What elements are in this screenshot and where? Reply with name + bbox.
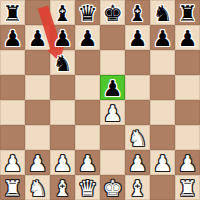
square-e2[interactable] xyxy=(100,150,125,175)
square-a1[interactable]: ♜ xyxy=(0,175,25,200)
piece-black-queen[interactable]: ♛ xyxy=(78,3,98,25)
square-d3[interactable] xyxy=(75,125,100,150)
square-g6[interactable] xyxy=(150,50,175,75)
square-a4[interactable] xyxy=(0,100,25,125)
square-c4[interactable] xyxy=(50,100,75,125)
square-g7[interactable]: ♟ xyxy=(150,25,175,50)
square-a8[interactable]: ♜ xyxy=(0,0,25,25)
square-h7[interactable]: ♟ xyxy=(175,25,200,50)
square-e8[interactable]: ♚ xyxy=(100,0,125,25)
square-d4[interactable] xyxy=(75,100,100,125)
square-f3[interactable]: ♞ xyxy=(125,125,150,150)
piece-white-pawn[interactable]: ♟ xyxy=(153,153,173,175)
piece-black-pawn[interactable]: ♟ xyxy=(3,28,23,50)
square-h6[interactable] xyxy=(175,50,200,75)
square-e4[interactable]: ♟ xyxy=(100,100,125,125)
square-f8[interactable]: ♝ xyxy=(125,0,150,25)
piece-white-bishop[interactable]: ♝ xyxy=(128,178,148,200)
piece-white-pawn[interactable]: ♟ xyxy=(28,153,48,175)
square-h1[interactable]: ♜ xyxy=(175,175,200,200)
piece-black-pawn[interactable]: ♟ xyxy=(103,78,123,100)
piece-black-knight[interactable]: ♞ xyxy=(53,53,73,75)
square-g2[interactable]: ♟ xyxy=(150,150,175,175)
square-f6[interactable] xyxy=(125,50,150,75)
square-f4[interactable] xyxy=(125,100,150,125)
piece-white-pawn[interactable]: ♟ xyxy=(103,103,123,125)
square-e5[interactable]: ♟ xyxy=(100,75,125,100)
square-f2[interactable]: ♟ xyxy=(125,150,150,175)
square-h5[interactable] xyxy=(175,75,200,100)
piece-black-bishop[interactable]: ♝ xyxy=(128,3,148,25)
piece-white-pawn[interactable]: ♟ xyxy=(128,153,148,175)
square-d8[interactable]: ♛ xyxy=(75,0,100,25)
square-b7[interactable]: ♟ xyxy=(25,25,50,50)
piece-black-king[interactable]: ♚ xyxy=(103,3,123,25)
piece-white-bishop[interactable]: ♝ xyxy=(53,178,73,200)
piece-white-knight[interactable]: ♞ xyxy=(128,128,148,150)
piece-black-pawn[interactable]: ♟ xyxy=(153,28,173,50)
square-h3[interactable] xyxy=(175,125,200,150)
square-d1[interactable]: ♛ xyxy=(75,175,100,200)
square-a7[interactable]: ♟ xyxy=(0,25,25,50)
piece-black-pawn[interactable]: ♟ xyxy=(28,28,48,50)
square-f1[interactable]: ♝ xyxy=(125,175,150,200)
square-a5[interactable] xyxy=(0,75,25,100)
square-g5[interactable] xyxy=(150,75,175,100)
square-b5[interactable] xyxy=(25,75,50,100)
square-c7[interactable]: ♟ xyxy=(50,25,75,50)
square-c3[interactable] xyxy=(50,125,75,150)
square-g3[interactable] xyxy=(150,125,175,150)
piece-white-pawn[interactable]: ♟ xyxy=(178,153,198,175)
square-c1[interactable]: ♝ xyxy=(50,175,75,200)
square-d5[interactable] xyxy=(75,75,100,100)
square-e6[interactable] xyxy=(100,50,125,75)
square-h2[interactable]: ♟ xyxy=(175,150,200,175)
piece-white-pawn[interactable]: ♟ xyxy=(3,153,23,175)
piece-white-rook[interactable]: ♜ xyxy=(178,178,198,200)
piece-black-rook[interactable]: ♜ xyxy=(3,3,23,25)
piece-white-knight[interactable]: ♞ xyxy=(28,178,48,200)
square-c2[interactable]: ♟ xyxy=(50,150,75,175)
square-e1[interactable]: ♚ xyxy=(100,175,125,200)
piece-black-pawn[interactable]: ♟ xyxy=(78,28,98,50)
square-g4[interactable] xyxy=(150,100,175,125)
square-h8[interactable]: ♜ xyxy=(175,0,200,25)
piece-black-rook[interactable]: ♜ xyxy=(178,3,198,25)
square-b3[interactable] xyxy=(25,125,50,150)
piece-white-queen[interactable]: ♛ xyxy=(78,178,98,200)
piece-black-pawn[interactable]: ♟ xyxy=(53,28,73,50)
chess-board: ♜♝♛♚♝♞♜♟♟♟♟♟♟♟♞♟♟♞♟♟♟♟♟♟♟♜♞♝♛♚♝♜ xyxy=(0,0,200,200)
piece-white-rook[interactable]: ♜ xyxy=(3,178,23,200)
square-b2[interactable]: ♟ xyxy=(25,150,50,175)
piece-black-knight[interactable]: ♞ xyxy=(153,3,173,25)
square-b8[interactable] xyxy=(25,0,50,25)
square-b6[interactable] xyxy=(25,50,50,75)
square-a6[interactable] xyxy=(0,50,25,75)
square-b1[interactable]: ♞ xyxy=(25,175,50,200)
piece-white-pawn[interactable]: ♟ xyxy=(78,153,98,175)
square-g1[interactable] xyxy=(150,175,175,200)
square-f7[interactable]: ♟ xyxy=(125,25,150,50)
piece-black-pawn[interactable]: ♟ xyxy=(128,28,148,50)
square-h4[interactable] xyxy=(175,100,200,125)
square-e3[interactable] xyxy=(100,125,125,150)
square-d2[interactable]: ♟ xyxy=(75,150,100,175)
piece-black-pawn[interactable]: ♟ xyxy=(178,28,198,50)
square-b4[interactable] xyxy=(25,100,50,125)
piece-white-pawn[interactable]: ♟ xyxy=(53,153,73,175)
square-d6[interactable] xyxy=(75,50,100,75)
square-d7[interactable]: ♟ xyxy=(75,25,100,50)
square-a2[interactable]: ♟ xyxy=(0,150,25,175)
square-e7[interactable] xyxy=(100,25,125,50)
piece-black-bishop[interactable]: ♝ xyxy=(53,3,73,25)
square-c5[interactable] xyxy=(50,75,75,100)
square-f5[interactable] xyxy=(125,75,150,100)
piece-white-king[interactable]: ♚ xyxy=(103,178,123,200)
square-a3[interactable] xyxy=(0,125,25,150)
square-g8[interactable]: ♞ xyxy=(150,0,175,25)
square-c8[interactable]: ♝ xyxy=(50,0,75,25)
square-c6[interactable]: ♞ xyxy=(50,50,75,75)
board-squares: ♜♝♛♚♝♞♜♟♟♟♟♟♟♟♞♟♟♞♟♟♟♟♟♟♟♜♞♝♛♚♝♜ xyxy=(0,0,200,200)
